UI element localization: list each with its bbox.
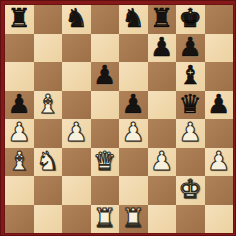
square-a8[interactable]: ♜ xyxy=(5,5,34,34)
piece-white-pawn-e4[interactable]: ♟ xyxy=(122,119,145,147)
square-b5[interactable]: ♝ xyxy=(34,91,63,120)
square-g4[interactable]: ♟ xyxy=(176,119,205,148)
square-c1[interactable] xyxy=(62,205,91,234)
square-b6[interactable] xyxy=(34,62,63,91)
square-f6[interactable] xyxy=(148,62,177,91)
square-e6[interactable] xyxy=(119,62,148,91)
square-h2[interactable] xyxy=(205,176,234,205)
square-g5[interactable]: ♛ xyxy=(176,91,205,120)
square-e7[interactable] xyxy=(119,34,148,63)
piece-white-queen-d3[interactable]: ♛ xyxy=(93,148,116,176)
square-f3[interactable]: ♟ xyxy=(148,148,177,177)
square-e3[interactable] xyxy=(119,148,148,177)
square-f1[interactable] xyxy=(148,205,177,234)
square-c7[interactable] xyxy=(62,34,91,63)
square-a5[interactable]: ♟ xyxy=(5,91,34,120)
square-a3[interactable]: ♝ xyxy=(5,148,34,177)
square-a7[interactable] xyxy=(5,34,34,63)
square-d5[interactable] xyxy=(91,91,120,120)
piece-white-pawn-h3[interactable]: ♟ xyxy=(207,148,230,176)
piece-black-pawn-h5[interactable]: ♟ xyxy=(207,91,230,119)
square-d8[interactable] xyxy=(91,5,120,34)
piece-black-pawn-d6[interactable]: ♟ xyxy=(93,62,116,90)
piece-black-knight-c8[interactable]: ♞ xyxy=(65,5,88,33)
piece-black-pawn-f7[interactable]: ♟ xyxy=(150,34,173,62)
square-f7[interactable]: ♟ xyxy=(148,34,177,63)
square-g7[interactable]: ♟ xyxy=(176,34,205,63)
piece-white-pawn-c4[interactable]: ♟ xyxy=(65,119,88,147)
square-c3[interactable] xyxy=(62,148,91,177)
square-h1[interactable] xyxy=(205,205,234,234)
board-frame: ♜♞♞♜♚♟♟♟♝♟♝♟♛♟♟♟♟♟♝♞♛♟♟♚♜♜ xyxy=(0,0,236,236)
piece-white-knight-b3[interactable]: ♞ xyxy=(36,148,59,176)
square-a4[interactable]: ♟ xyxy=(5,119,34,148)
piece-black-pawn-e5[interactable]: ♟ xyxy=(122,91,145,119)
square-a2[interactable] xyxy=(5,176,34,205)
square-b8[interactable] xyxy=(34,5,63,34)
square-h8[interactable] xyxy=(205,5,234,34)
square-c8[interactable]: ♞ xyxy=(62,5,91,34)
square-g8[interactable]: ♚ xyxy=(176,5,205,34)
square-d1[interactable]: ♜ xyxy=(91,205,120,234)
piece-black-pawn-a5[interactable]: ♟ xyxy=(8,91,31,119)
piece-black-rook-f8[interactable]: ♜ xyxy=(150,5,173,33)
square-d3[interactable]: ♛ xyxy=(91,148,120,177)
square-f8[interactable]: ♜ xyxy=(148,5,177,34)
square-e5[interactable]: ♟ xyxy=(119,91,148,120)
square-d7[interactable] xyxy=(91,34,120,63)
square-b1[interactable] xyxy=(34,205,63,234)
square-h3[interactable]: ♟ xyxy=(205,148,234,177)
square-e4[interactable]: ♟ xyxy=(119,119,148,148)
square-g1[interactable] xyxy=(176,205,205,234)
piece-black-bishop-g6[interactable]: ♝ xyxy=(179,62,202,90)
square-c6[interactable] xyxy=(62,62,91,91)
piece-black-king-g8[interactable]: ♚ xyxy=(179,5,202,33)
square-d4[interactable] xyxy=(91,119,120,148)
square-d2[interactable] xyxy=(91,176,120,205)
square-h4[interactable] xyxy=(205,119,234,148)
piece-white-bishop-b5[interactable]: ♝ xyxy=(36,91,59,119)
square-c5[interactable] xyxy=(62,91,91,120)
square-e1[interactable]: ♜ xyxy=(119,205,148,234)
square-a1[interactable] xyxy=(5,205,34,234)
square-b7[interactable] xyxy=(34,34,63,63)
square-f5[interactable] xyxy=(148,91,177,120)
piece-black-rook-a8[interactable]: ♜ xyxy=(8,5,31,33)
piece-black-knight-e8[interactable]: ♞ xyxy=(122,5,145,33)
square-h7[interactable] xyxy=(205,34,234,63)
piece-white-bishop-a3[interactable]: ♝ xyxy=(8,148,31,176)
piece-black-pawn-g7[interactable]: ♟ xyxy=(179,34,202,62)
piece-white-pawn-g4[interactable]: ♟ xyxy=(179,119,202,147)
piece-white-rook-e1[interactable]: ♜ xyxy=(122,205,145,233)
piece-white-rook-d1[interactable]: ♜ xyxy=(93,205,116,233)
square-a6[interactable] xyxy=(5,62,34,91)
square-c4[interactable]: ♟ xyxy=(62,119,91,148)
square-d6[interactable]: ♟ xyxy=(91,62,120,91)
square-g2[interactable]: ♚ xyxy=(176,176,205,205)
square-b3[interactable]: ♞ xyxy=(34,148,63,177)
chess-board: ♜♞♞♜♚♟♟♟♝♟♝♟♛♟♟♟♟♟♝♞♛♟♟♚♜♜ xyxy=(5,5,233,233)
piece-black-queen-g5[interactable]: ♛ xyxy=(179,91,202,119)
square-g3[interactable] xyxy=(176,148,205,177)
square-f4[interactable] xyxy=(148,119,177,148)
square-h5[interactable]: ♟ xyxy=(205,91,234,120)
square-f2[interactable] xyxy=(148,176,177,205)
square-b4[interactable] xyxy=(34,119,63,148)
square-b2[interactable] xyxy=(34,176,63,205)
square-h6[interactable] xyxy=(205,62,234,91)
square-e2[interactable] xyxy=(119,176,148,205)
square-c2[interactable] xyxy=(62,176,91,205)
piece-white-king-g2[interactable]: ♚ xyxy=(179,176,202,204)
square-e8[interactable]: ♞ xyxy=(119,5,148,34)
piece-white-pawn-a4[interactable]: ♟ xyxy=(8,119,31,147)
square-g6[interactable]: ♝ xyxy=(176,62,205,91)
piece-white-pawn-f3[interactable]: ♟ xyxy=(150,148,173,176)
